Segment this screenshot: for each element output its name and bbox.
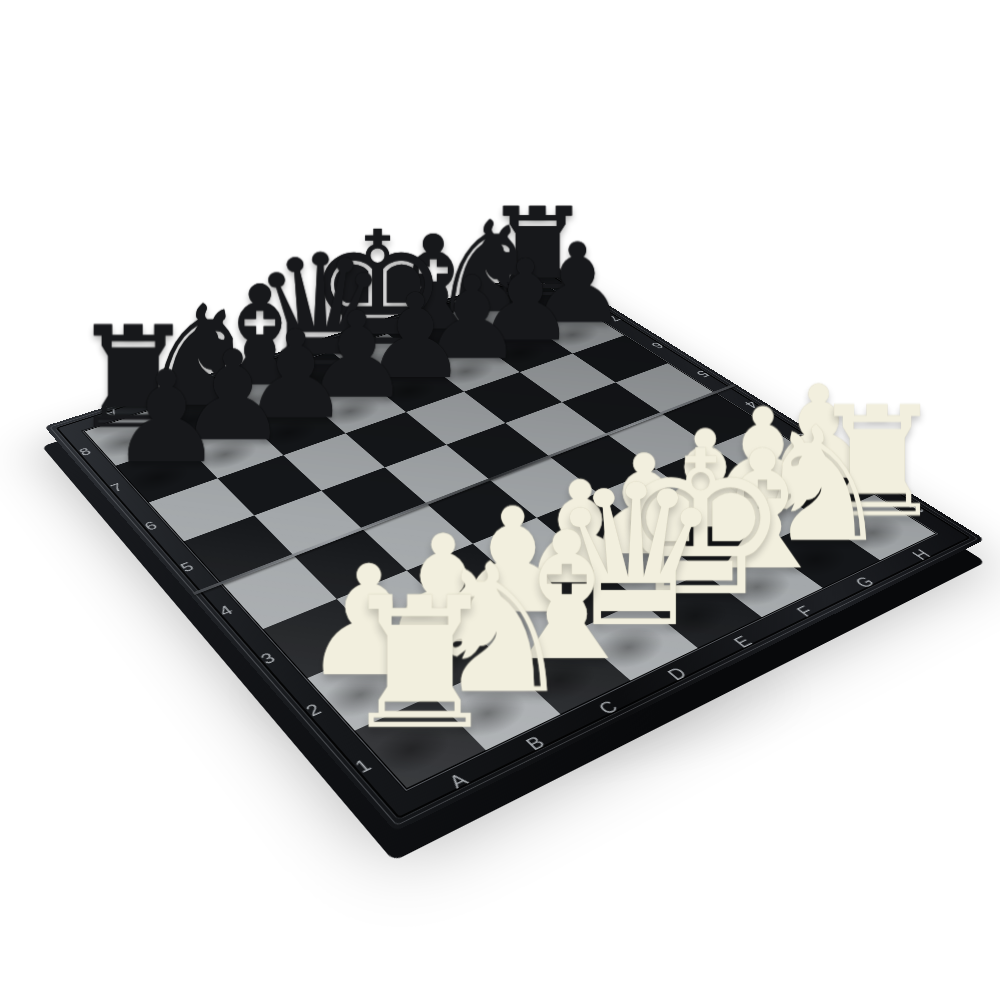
white-rook-glyph: ♜: [339, 573, 502, 754]
product-photo-scene: 87654321 87654321 ABCDEFGH ABCDEFGH ♜♞♝♛…: [0, 0, 1000, 1000]
black-pawn-glyph: ♟: [109, 354, 223, 481]
chess-board: 87654321 87654321 ABCDEFGH ABCDEFGH ♜♞♝♛…: [44, 267, 985, 831]
